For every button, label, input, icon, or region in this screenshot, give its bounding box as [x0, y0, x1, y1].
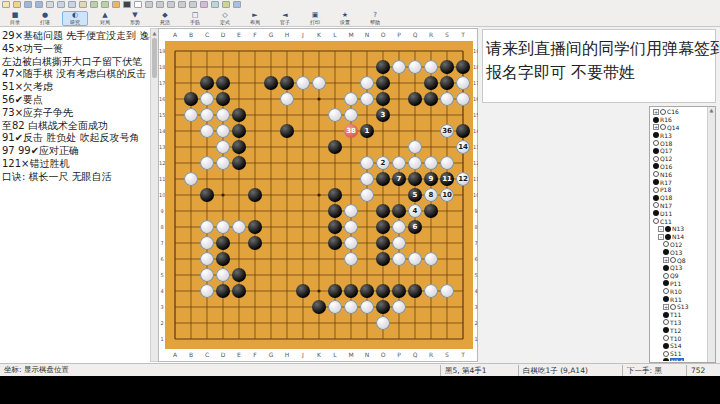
toolbar-button-研究[interactable]: ◐研究 — [62, 11, 88, 26]
move-tree-item-R11[interactable]: R11 — [651, 295, 708, 303]
tree-item-label: N14 — [672, 233, 684, 240]
coordinate-letter: J — [295, 31, 311, 38]
black-stone-icon — [663, 327, 669, 333]
toolbar-button-label: 手筋 — [190, 19, 200, 25]
white-stone-icon — [670, 304, 676, 310]
white-stone-M16 — [344, 92, 358, 106]
white-stone-icon — [663, 273, 669, 279]
black-stone-F7 — [248, 236, 262, 250]
black-stone-icon — [663, 249, 669, 255]
black-stone-O18 — [376, 60, 390, 74]
stone-black-icon[interactable] — [123, 1, 131, 8]
coordinate-letter: T — [455, 31, 471, 38]
black-stone-R9 — [424, 204, 438, 218]
count-icon[interactable] — [211, 1, 219, 8]
white-stone-P3 — [392, 300, 406, 314]
move-tree-item-Q13[interactable]: Q13 — [651, 264, 708, 272]
move-tree: +C16R16+Q14R13O18Q17Q12O16N16R17P18Q18N1… — [651, 108, 708, 361]
commentary-line: 29×基础问题 先手便宜没走到 逸机 — [2, 30, 150, 43]
move-tree-item-S14[interactable]: S14 — [651, 342, 708, 350]
white-stone-R10: 8 — [424, 188, 438, 202]
white-stone-L3 — [328, 300, 342, 314]
black-stone-icon — [653, 163, 659, 169]
white-stone-B11 — [184, 172, 198, 186]
toolbar-button-形势[interactable]: ▼形势 — [122, 11, 148, 26]
move-tree-item-N14[interactable]: -N14 — [651, 233, 708, 241]
black-stone-O7 — [376, 236, 390, 250]
white-stone-C16 — [200, 92, 214, 106]
black-stone-E12 — [232, 156, 246, 170]
coordinate-letter: P — [391, 351, 407, 358]
move-tree-item-P11[interactable]: P11 — [651, 280, 708, 288]
black-stone-icon — [663, 296, 669, 302]
toolbar-button-打印[interactable]: ▣打印 — [302, 11, 328, 26]
black-stone-O3 — [376, 300, 390, 314]
tree-item-label: Q14 — [667, 124, 679, 131]
status-segment-next: 下一手: 黑 — [622, 365, 686, 376]
white-stone-M7 — [344, 236, 358, 250]
white-stone-icon — [663, 288, 669, 294]
white-stone-D8 — [216, 220, 230, 234]
save-all-icon[interactable] — [35, 1, 43, 8]
white-stone-icon — [663, 335, 669, 341]
move-tree-item-T13[interactable]: T13 — [651, 319, 708, 327]
move-tree-item-T12[interactable]: T12 — [651, 326, 708, 334]
white-stone-O2 — [376, 316, 390, 330]
coordinate-letter: G — [263, 31, 279, 38]
toolbar-button-icon: ▣ — [312, 12, 319, 19]
commentary-line: 56✔要点 — [2, 94, 150, 107]
black-stone-K3 — [312, 300, 326, 314]
white-stone-D15 — [216, 108, 230, 122]
white-stone-icon — [660, 124, 666, 130]
black-stone-Q4 — [408, 284, 422, 298]
coordinate-letter: M — [343, 31, 359, 38]
coordinate-letter: H — [279, 351, 295, 358]
black-stone-O8 — [376, 220, 390, 234]
toolbar-button-对局[interactable]: ▲对局 — [92, 11, 118, 26]
tree-expand-icon[interactable]: + — [653, 109, 659, 115]
toolbar-button-官子[interactable]: ◄官子 — [272, 11, 298, 26]
prev-move-icon[interactable] — [156, 1, 164, 8]
toolbar-button-label: 打印 — [310, 19, 320, 25]
black-stone-P11: 7 — [392, 172, 406, 186]
tree-item-label: N13 — [672, 225, 684, 232]
white-stone-J17 — [296, 76, 310, 90]
tree-item-label: T13 — [670, 319, 681, 326]
black-stone-E14 — [232, 124, 246, 138]
black-stone-S18 — [440, 60, 454, 74]
move-tree-item-R13[interactable]: R13 — [651, 131, 708, 139]
coordinate-letter: C — [199, 31, 215, 38]
tree-item-label: N16 — [660, 171, 672, 178]
toolbar-button-icon: ▲ — [102, 12, 107, 19]
white-stone-M9 — [344, 204, 358, 218]
move-tree-item-S13[interactable]: +S13 — [651, 303, 708, 311]
copy-icon[interactable] — [68, 1, 76, 8]
move-tree-item-Q12[interactable]: Q12 — [651, 155, 708, 163]
white-stone-icon — [653, 218, 659, 224]
black-stone-H14 — [280, 124, 294, 138]
move-tree-item-C11[interactable]: C11 — [651, 217, 708, 225]
cut-icon[interactable] — [57, 1, 65, 8]
coordinate-letter: B — [183, 351, 199, 358]
tree-item-label: R16 — [660, 116, 672, 123]
first-move-icon[interactable] — [145, 1, 153, 8]
black-stone-R16 — [424, 92, 438, 106]
white-stone-N10 — [360, 188, 374, 202]
white-stone-Q9: 4 — [408, 204, 422, 218]
white-stone-D5 — [216, 268, 230, 282]
tree-expand-icon[interactable]: + — [653, 124, 659, 130]
move-tree-item-Q18[interactable]: Q18 — [651, 194, 708, 202]
white-stone-Q12 — [408, 156, 422, 170]
paste-icon[interactable] — [79, 1, 87, 8]
tree-expand-icon[interactable]: - — [658, 234, 664, 240]
white-stone-P7 — [392, 236, 406, 250]
coordinate-letter: K — [311, 351, 327, 358]
white-stone-C4 — [200, 284, 214, 298]
tree-item-label: S14 — [670, 342, 681, 349]
coordinate-letter: N — [359, 31, 375, 38]
coordinate-letter: D — [215, 351, 231, 358]
move-tree-item-N17[interactable]: N17 — [651, 202, 708, 210]
move-tree-item-Q17[interactable]: Q17 — [651, 147, 708, 155]
white-stone-icon — [653, 140, 659, 146]
black-stone-P4 — [392, 284, 406, 298]
black-stone-E5 — [232, 268, 246, 282]
white-stone-T13: 14 — [456, 140, 470, 154]
white-stone-S12 — [440, 156, 454, 170]
white-stone-M15 — [344, 108, 358, 122]
coordinate-letter: O — [375, 31, 391, 38]
open-icon[interactable] — [13, 1, 21, 8]
coordinate-letter: D — [215, 31, 231, 38]
coordinate-letter: A — [167, 351, 183, 358]
coordinate-letter: J — [295, 351, 311, 358]
black-stone-G17 — [264, 76, 278, 90]
white-stone-D13 — [216, 140, 230, 154]
toolbar-button-定式[interactable]: ◇定式 — [212, 11, 238, 26]
tree-item-label: S13 — [677, 303, 688, 310]
black-stone-Q10: 5 — [408, 188, 422, 202]
black-stone-F10 — [248, 188, 262, 202]
toolbar-button-icon: ▼ — [132, 12, 137, 19]
move-tree-item-O12[interactable]: O12 — [651, 241, 708, 249]
tree-item-label: Q8 — [677, 257, 686, 264]
play-icon[interactable] — [167, 1, 175, 8]
redo-icon[interactable] — [101, 1, 109, 8]
scroll-up-icon[interactable]: ▲ — [708, 107, 715, 113]
toolbar-button-icon: ◆ — [162, 12, 167, 19]
move-tree-item-O13[interactable]: O13 — [651, 248, 708, 256]
tree-item-label: R13 — [660, 132, 672, 139]
commentary-line: 45×功亏一篑 — [2, 43, 150, 56]
toolbar-button-label: 设置 — [340, 19, 350, 25]
black-stone-B16 — [184, 92, 198, 106]
white-stone-M8 — [344, 220, 358, 234]
white-stone-E8 — [232, 220, 246, 234]
white-stone-D12 — [216, 156, 230, 170]
white-stone-R12 — [424, 156, 438, 170]
toolbar-button-设置[interactable]: ★设置 — [332, 11, 358, 26]
black-stone-P9 — [392, 204, 406, 218]
coordinate-letter: N — [359, 351, 375, 358]
white-stone-N12 — [360, 156, 374, 170]
white-stone-D14 — [216, 124, 230, 138]
black-stone-icon — [663, 358, 669, 361]
move-tree-item-O16[interactable]: O16 — [651, 163, 708, 171]
white-stone-S10: 10 — [440, 188, 454, 202]
scroll-thumb[interactable] — [152, 38, 157, 78]
black-stone-O15: 3 — [376, 108, 390, 122]
tree-item-label: Q12 — [660, 155, 672, 162]
white-stone-C14 — [200, 124, 214, 138]
toolbar-button-label: 帮助 — [370, 19, 380, 25]
white-stone-Q13 — [408, 140, 422, 154]
black-stone-T18 — [456, 60, 470, 74]
black-stone-icon — [663, 265, 669, 271]
tree-item-label: O13 — [670, 249, 682, 256]
white-stone-icon — [663, 351, 669, 357]
white-stone-C6 — [200, 252, 214, 266]
toolbar-button-label: 官子 — [280, 19, 290, 25]
white-stone-C8 — [200, 220, 214, 234]
white-stone-C7 — [200, 236, 214, 250]
black-stone-icon — [665, 226, 671, 232]
white-stone-R18 — [424, 60, 438, 74]
undo-icon[interactable] — [90, 1, 98, 8]
move-tree-item-D11[interactable]: D11 — [651, 209, 708, 217]
white-stone-L15 — [328, 108, 342, 122]
black-stone-icon — [653, 210, 659, 216]
black-stone-S17 — [440, 76, 454, 90]
go-software-window: ■目录●打谱◐研究▲对局▼形势◆死活□手筋◇定式►布局◄官子▣打印★设置?帮助 … — [0, 0, 720, 376]
white-stone-T17 — [456, 76, 470, 90]
tree-item-label: S11 — [670, 350, 681, 357]
move-tree-item-P18[interactable]: P18 — [651, 186, 708, 194]
white-stone-C12 — [200, 156, 214, 170]
toolbar-button-帮助[interactable]: ?帮助 — [362, 11, 388, 26]
move-tree-item-T10[interactable]: T10 — [651, 334, 708, 342]
coordinate-letter: Q — [407, 351, 423, 358]
tree-item-label: P11 — [670, 280, 681, 287]
black-stone-Q8: 6 — [408, 220, 422, 234]
tree-item-label: T11 — [670, 311, 681, 318]
last-move-stone-M14: 38 — [344, 124, 358, 138]
board-icon[interactable] — [112, 1, 120, 8]
white-stone-H16 — [280, 92, 294, 106]
white-stone-Q6 — [408, 252, 422, 266]
mark-icon[interactable] — [200, 1, 208, 8]
white-stone-N16 — [360, 92, 374, 106]
coordinate-letter: E — [231, 351, 247, 358]
toolbar-button-死活[interactable]: ◆死活 — [152, 11, 178, 26]
white-stone-icon — [670, 257, 676, 263]
move-tree-item-Q9[interactable]: Q9 — [651, 272, 708, 280]
black-stone-D17 — [216, 76, 230, 90]
tree-item-label: C16 — [667, 108, 679, 115]
white-stone-K17 — [312, 76, 326, 90]
coordinate-letter: P — [391, 31, 407, 38]
black-stone-S11: 11 — [440, 172, 454, 186]
move-tree-item-C16[interactable]: +C16 — [651, 108, 708, 116]
move-tree-item-R16[interactable]: R16 — [651, 116, 708, 124]
white-stone-N17 — [360, 76, 374, 90]
move-tree-item-R10[interactable]: R10 — [651, 287, 708, 295]
commentary-line: 121×错过胜机 — [2, 158, 150, 171]
black-stone-Q16 — [408, 92, 422, 106]
coordinate-letter: A — [167, 31, 183, 38]
black-stone-R11: 9 — [424, 172, 438, 186]
black-stone-C17 — [200, 76, 214, 90]
toolbar-button-目录[interactable]: ■目录 — [2, 11, 28, 26]
tree-expand-icon[interactable]: - — [658, 226, 664, 232]
black-stone-icon — [653, 179, 659, 185]
toolbar: ■目录●打谱◐研究▲对局▼形势◆死活□手筋◇定式►布局◄官子▣打印★设置?帮助 — [0, 0, 720, 27]
move-tree-item-T11[interactable]: T11 — [651, 311, 708, 319]
tree-item-label: R11 — [670, 296, 682, 303]
coordinate-letter: G — [263, 351, 279, 358]
tree-expand-icon[interactable]: + — [663, 257, 669, 263]
black-stone-O4 — [376, 284, 390, 298]
setup-icon[interactable] — [222, 1, 230, 8]
coordinate-letter: L — [327, 351, 343, 358]
coordinate-letter: H — [279, 31, 295, 38]
coordinate-letter: O — [375, 351, 391, 358]
black-stone-D4 — [216, 284, 230, 298]
black-stone-O6 — [376, 252, 390, 266]
white-stone-B15 — [184, 108, 198, 122]
coordinate-letter: M — [343, 351, 359, 358]
print-icon[interactable] — [46, 1, 54, 8]
move-tree-item-R17[interactable]: R17 — [651, 178, 708, 186]
board-panel: AABBCCDDEEFFGGHHJJKKLLMMNNOOPPQQRRSSTT19… — [158, 28, 478, 362]
toolbar-button-icon: ◇ — [222, 12, 227, 19]
move-tree-item-S11[interactable]: S11 — [651, 350, 708, 358]
black-stone-T14 — [456, 124, 470, 138]
move-tree-item-O18[interactable]: O18 — [651, 139, 708, 147]
toolbar-row-1 — [2, 1, 241, 10]
coordinate-letter: S — [439, 351, 455, 358]
save-icon[interactable] — [24, 1, 32, 8]
coordinate-letter: R — [423, 351, 439, 358]
next-move-icon[interactable] — [178, 1, 186, 8]
white-stone-icon — [663, 241, 669, 247]
black-stone-icon — [663, 280, 669, 286]
commentary-line: 73×应弃子争先 — [2, 107, 150, 120]
white-stone-O12: 2 — [376, 156, 390, 170]
tree-item-label: C11 — [660, 218, 672, 225]
white-stone-icon — [653, 171, 659, 177]
white-stone-T11: 12 — [456, 172, 470, 186]
toolbar-button-label: 死活 — [160, 19, 170, 25]
white-stone-N3 — [360, 300, 374, 314]
black-stone-icon — [663, 343, 669, 349]
toolbar-button-label: 定式 — [220, 19, 230, 25]
tree-expand-icon[interactable]: + — [663, 304, 669, 310]
move-tree-item-N13[interactable]: -N13 — [651, 225, 708, 233]
tree-item-label: R10 — [670, 288, 682, 295]
black-stone-E15 — [232, 108, 246, 122]
white-stone-M6 — [344, 252, 358, 266]
commentary-line: 至82 白棋战术全面成功 — [2, 120, 150, 133]
white-stone-N11 — [360, 172, 374, 186]
white-stone-P8 — [392, 220, 406, 234]
toolbar-button-手筋[interactable]: □手筋 — [182, 11, 208, 26]
move-tree-panel: +C16R16+Q14R13O18Q17Q12O16N16R17P18Q18N1… — [649, 106, 716, 363]
coordinate-letter: L — [327, 31, 343, 38]
black-stone-C10 — [200, 188, 214, 202]
toolbar-button-icon: ■ — [12, 12, 19, 19]
toolbar-button-布局[interactable]: ►布局 — [242, 11, 268, 26]
tree-item-label: D11 — [660, 210, 672, 217]
black-stone-H17 — [280, 76, 294, 90]
black-stone-E13 — [232, 140, 246, 154]
tree-item-label: Q9 — [670, 272, 679, 279]
tree-item-label: R17 — [660, 179, 672, 186]
black-stone-E4 — [232, 284, 246, 298]
goban[interactable]: 338136142791112581046 — [165, 41, 473, 349]
black-stone-D7 — [216, 236, 230, 250]
black-stone-L7 — [328, 236, 342, 250]
new-icon[interactable] — [2, 1, 10, 8]
commentary-line: 97 99✔应对正确 — [2, 145, 150, 158]
white-stone-P12 — [392, 156, 406, 170]
coordinate-letter: B — [183, 31, 199, 38]
black-stone-O16 — [376, 92, 390, 106]
white-stone-M3 — [344, 300, 358, 314]
move-tree-item-N14[interactable]: N14 — [651, 358, 708, 362]
commentary-line: 91✔反击 胜负处 吹起反攻号角 — [2, 132, 150, 145]
last-move-icon[interactable] — [189, 1, 197, 8]
move-tree-item-Q14[interactable]: +Q14 — [651, 124, 708, 132]
toolbar-button-icon: □ — [192, 12, 199, 19]
help-icon[interactable] — [233, 1, 241, 8]
tree-item-label: T10 — [670, 335, 681, 342]
scroll-up-icon[interactable]: ▲ — [151, 29, 158, 37]
white-stone-icon — [660, 109, 666, 115]
coordinate-letter: Q — [407, 31, 423, 38]
status-left-text: 坐标: 显示棋盘位置 — [0, 365, 440, 375]
tree-item-label: N17 — [660, 202, 672, 209]
toolbar-button-label: 目录 — [10, 19, 20, 25]
coordinate-letter: C — [199, 351, 215, 358]
black-stone-L10 — [328, 188, 342, 202]
white-stone-P18 — [392, 60, 406, 74]
stone-white-icon[interactable] — [134, 1, 142, 8]
toolbar-button-icon: ◐ — [72, 12, 78, 19]
tree-item-label: O16 — [660, 163, 672, 170]
white-stone-S16 — [440, 92, 454, 106]
tree-item-label: Q18 — [660, 194, 672, 201]
move-tree-item-N16[interactable]: N16 — [651, 170, 708, 178]
move-tree-item-Q8[interactable]: +Q8 — [651, 256, 708, 264]
white-stone-T16 — [456, 92, 470, 106]
white-stone-Q18 — [408, 60, 422, 74]
white-stone-icon — [663, 319, 669, 325]
move-tree-scrollbar[interactable]: ▲ — [707, 107, 715, 362]
toolbar-button-icon: ★ — [342, 12, 348, 19]
black-stone-icon — [653, 148, 659, 154]
status-segment-move: 黑5, 第4手1 — [440, 365, 518, 376]
commentary-line: 51×欠考虑 — [2, 81, 150, 94]
broadcast-message-line1: 请来到直播间的同学们用弹幕签到 — [486, 38, 715, 60]
white-stone-S14: 36 — [440, 124, 454, 138]
toolbar-button-打谱[interactable]: ●打谱 — [32, 11, 58, 26]
white-stone-C5 — [200, 268, 214, 282]
white-stone-P6 — [392, 252, 406, 266]
